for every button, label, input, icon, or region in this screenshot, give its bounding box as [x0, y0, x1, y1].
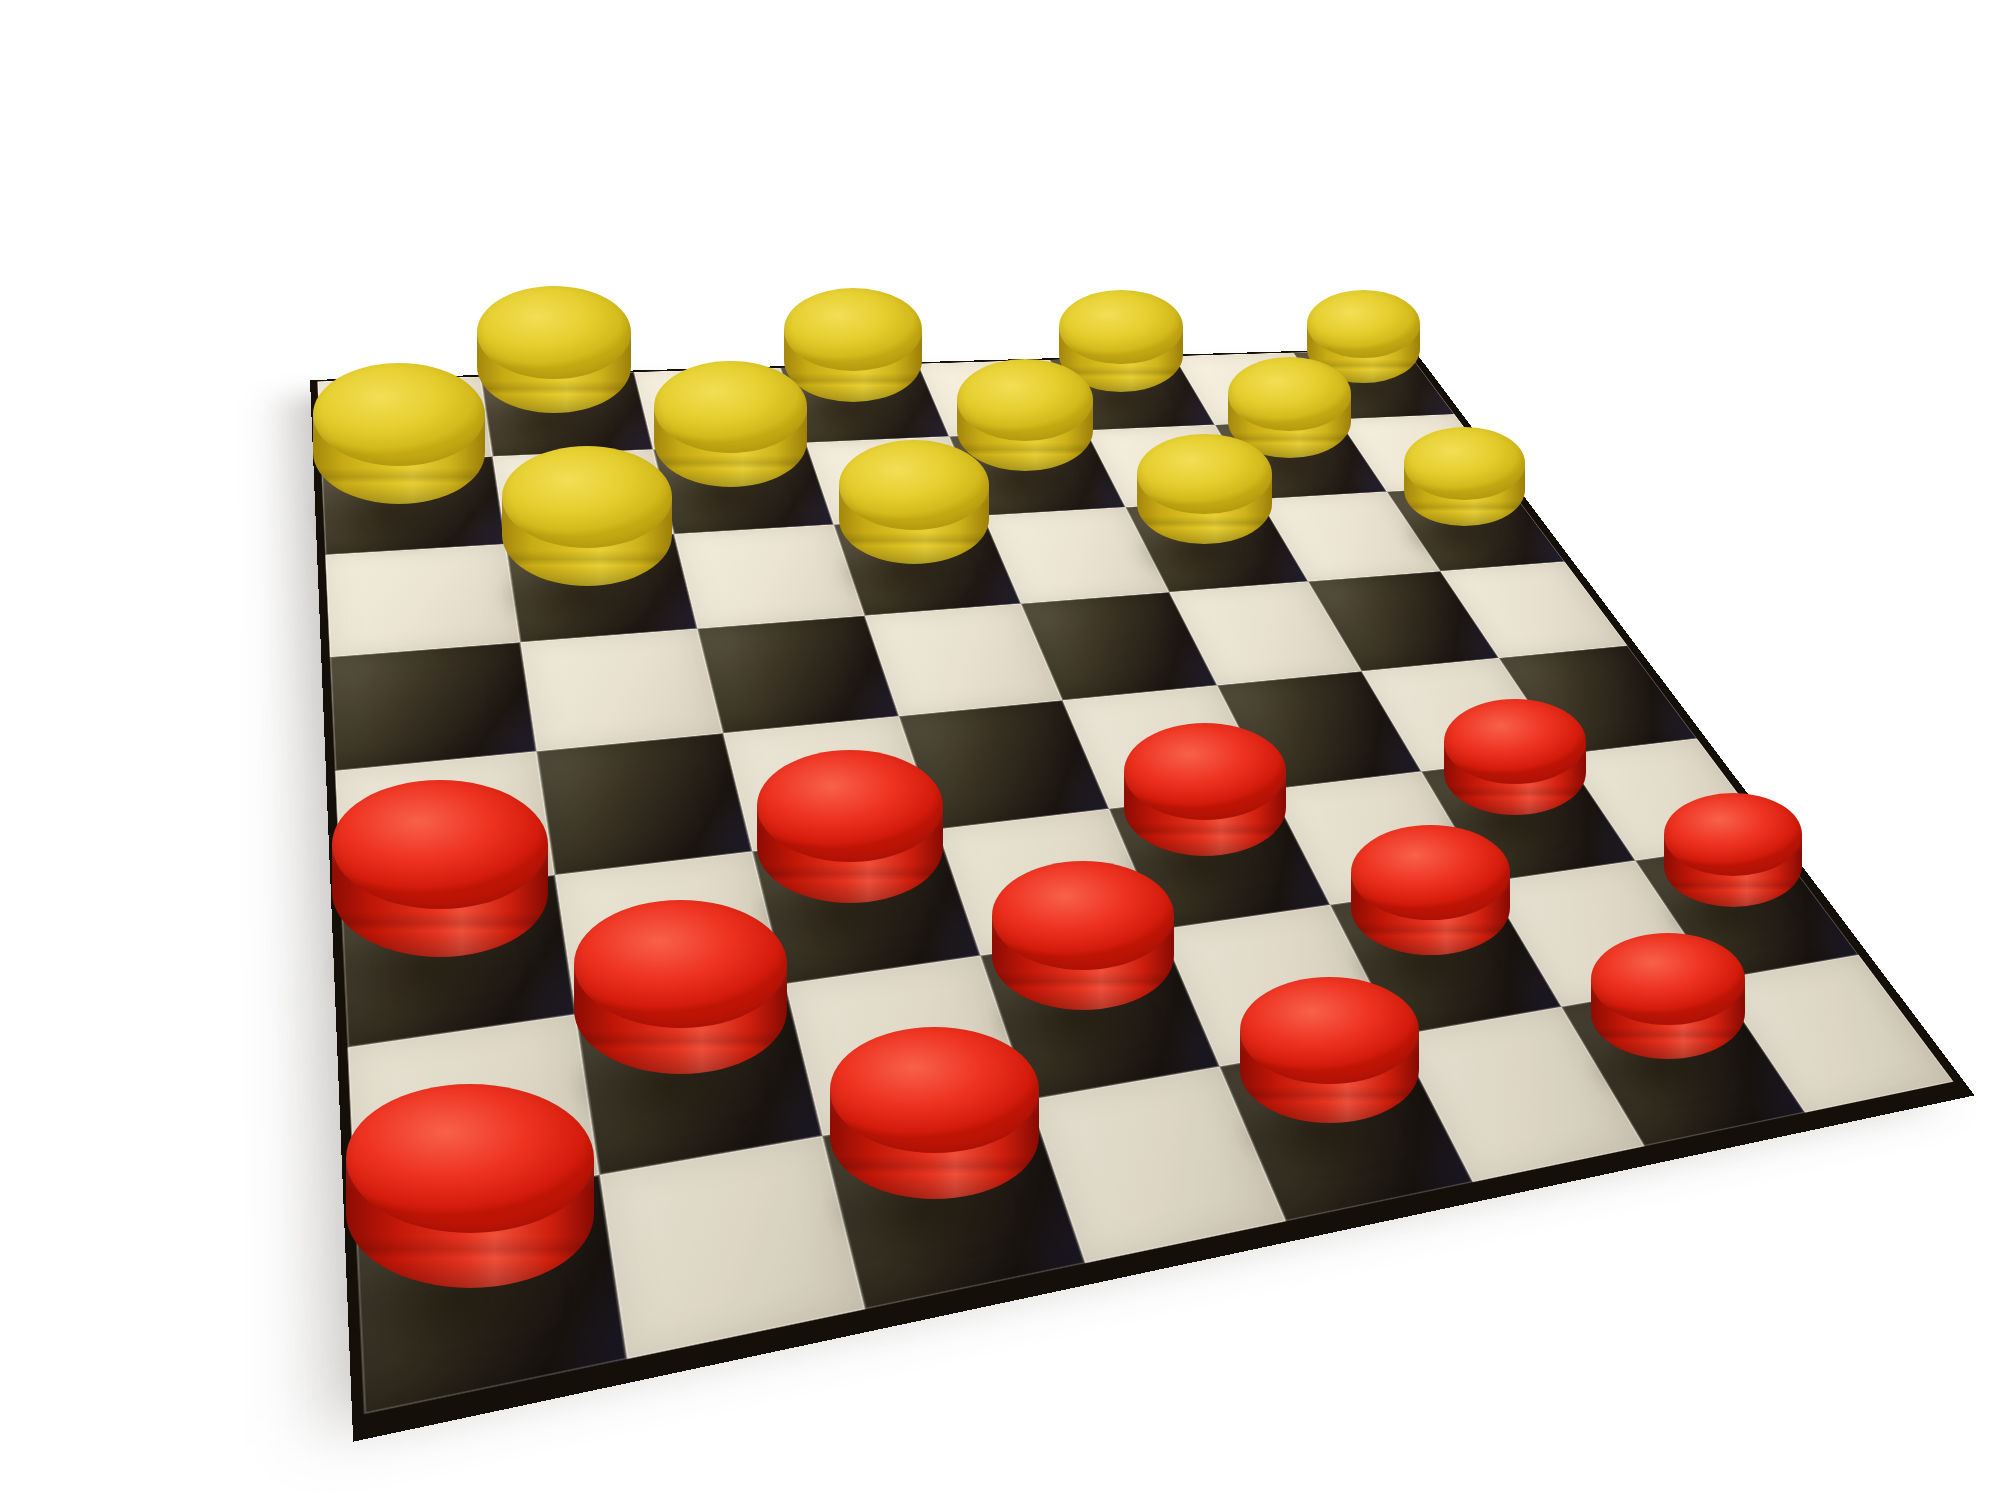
piece-top-face: [574, 900, 787, 1028]
piece-top-face: [346, 1084, 594, 1233]
piece-top-face: [1444, 699, 1586, 784]
piece-top-face: [784, 288, 923, 371]
piece-top-face: [1240, 977, 1418, 1084]
piece-top-face: [839, 440, 990, 530]
square-c4[interactable]: [697, 615, 898, 733]
piece-top-face: [1307, 290, 1420, 358]
square-a4[interactable]: [330, 642, 536, 771]
piece-top-face: [830, 1027, 1039, 1152]
piece-top-face: [1664, 793, 1803, 876]
piece-top-face: [1137, 434, 1271, 515]
piece-top-face: [502, 446, 672, 548]
piece-top-face: [1124, 723, 1286, 820]
square-b4[interactable]: [520, 628, 724, 751]
square-b5[interactable]: [536, 733, 752, 874]
piece-top-face: [313, 363, 485, 466]
piece-top-face: [1591, 933, 1745, 1025]
piece-top-face: [1059, 290, 1184, 365]
photo-canvas: [0, 0, 2000, 1500]
piece-top-face: [477, 286, 632, 379]
piece-top-face: [992, 861, 1175, 971]
piece-top-face: [1351, 825, 1509, 920]
piece-top-face: [1228, 357, 1351, 431]
piece-top-face: [332, 780, 548, 910]
piece-top-face: [757, 750, 943, 862]
piece-top-face: [654, 361, 807, 453]
piece-top-face: [957, 359, 1094, 441]
piece-top-face: [1404, 427, 1525, 499]
